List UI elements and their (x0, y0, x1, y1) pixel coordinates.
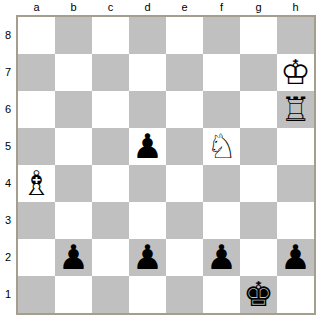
rank-label-3: 3 (0, 202, 16, 239)
black-pawn-b2[interactable]: ♟ (58, 239, 88, 276)
square-f2[interactable]: ♟ (203, 239, 240, 276)
rank-label-2: 2 (0, 239, 16, 276)
square-c2[interactable] (92, 239, 129, 276)
square-c1[interactable] (92, 276, 129, 313)
rank-label-6: 6 (0, 91, 16, 128)
rank-label-8: 8 (0, 17, 16, 54)
file-label-h: h (277, 0, 314, 15)
square-f7[interactable] (203, 54, 240, 91)
chess-board-diagram: abcdefgh 87654321 ♔♖♟♘♗♟♟♟♟♚ (0, 0, 320, 320)
rank-labels: 87654321 (0, 17, 16, 313)
white-knight-f5[interactable]: ♘ (206, 128, 236, 165)
file-label-e: e (166, 0, 203, 15)
square-d6[interactable] (129, 91, 166, 128)
square-d1[interactable] (129, 276, 166, 313)
square-b1[interactable] (55, 276, 92, 313)
square-g3[interactable] (240, 202, 277, 239)
square-g8[interactable] (240, 17, 277, 54)
square-c8[interactable] (92, 17, 129, 54)
square-h8[interactable] (277, 17, 314, 54)
square-h5[interactable] (277, 128, 314, 165)
file-label-g: g (240, 0, 277, 15)
square-b4[interactable] (55, 165, 92, 202)
square-f4[interactable] (203, 165, 240, 202)
square-d4[interactable] (129, 165, 166, 202)
square-h3[interactable] (277, 202, 314, 239)
square-h1[interactable] (277, 276, 314, 313)
white-king-h7[interactable]: ♔ (280, 54, 310, 91)
file-label-b: b (55, 0, 92, 15)
square-h6[interactable]: ♖ (277, 91, 314, 128)
square-b7[interactable] (55, 54, 92, 91)
square-f8[interactable] (203, 17, 240, 54)
square-a1[interactable] (18, 276, 55, 313)
square-e2[interactable] (166, 239, 203, 276)
square-g7[interactable] (240, 54, 277, 91)
square-h4[interactable] (277, 165, 314, 202)
square-c5[interactable] (92, 128, 129, 165)
square-d8[interactable] (129, 17, 166, 54)
square-e6[interactable] (166, 91, 203, 128)
square-e8[interactable] (166, 17, 203, 54)
file-label-c: c (92, 0, 129, 15)
square-e4[interactable] (166, 165, 203, 202)
chess-board: ♔♖♟♘♗♟♟♟♟♚ (16, 15, 316, 315)
square-f3[interactable] (203, 202, 240, 239)
rank-label-1: 1 (0, 276, 16, 313)
square-b5[interactable] (55, 128, 92, 165)
square-c3[interactable] (92, 202, 129, 239)
file-label-f: f (203, 0, 240, 15)
square-g2[interactable] (240, 239, 277, 276)
square-d5[interactable]: ♟ (129, 128, 166, 165)
square-d3[interactable] (129, 202, 166, 239)
square-e3[interactable] (166, 202, 203, 239)
square-g4[interactable] (240, 165, 277, 202)
square-b8[interactable] (55, 17, 92, 54)
black-pawn-d2[interactable]: ♟ (132, 239, 162, 276)
square-d7[interactable] (129, 54, 166, 91)
square-c4[interactable] (92, 165, 129, 202)
file-label-a: a (18, 0, 55, 15)
square-a4[interactable]: ♗ (18, 165, 55, 202)
file-label-d: d (129, 0, 166, 15)
square-h2[interactable]: ♟ (277, 239, 314, 276)
black-king-g1[interactable]: ♚ (243, 276, 273, 313)
square-a6[interactable] (18, 91, 55, 128)
rank-label-7: 7 (0, 54, 16, 91)
square-a2[interactable] (18, 239, 55, 276)
rank-label-5: 5 (0, 128, 16, 165)
square-a7[interactable] (18, 54, 55, 91)
square-g5[interactable] (240, 128, 277, 165)
square-h7[interactable]: ♔ (277, 54, 314, 91)
square-f6[interactable] (203, 91, 240, 128)
square-b3[interactable] (55, 202, 92, 239)
square-b6[interactable] (55, 91, 92, 128)
square-f5[interactable]: ♘ (203, 128, 240, 165)
square-e5[interactable] (166, 128, 203, 165)
white-bishop-a4[interactable]: ♗ (21, 165, 51, 202)
square-a5[interactable] (18, 128, 55, 165)
square-e7[interactable] (166, 54, 203, 91)
file-labels: abcdefgh (18, 0, 314, 15)
square-c6[interactable] (92, 91, 129, 128)
white-rook-h6[interactable]: ♖ (280, 91, 310, 128)
square-g6[interactable] (240, 91, 277, 128)
black-pawn-f2[interactable]: ♟ (206, 239, 236, 276)
black-pawn-d5[interactable]: ♟ (132, 128, 162, 165)
square-g1[interactable]: ♚ (240, 276, 277, 313)
square-a3[interactable] (18, 202, 55, 239)
square-c7[interactable] (92, 54, 129, 91)
square-d2[interactable]: ♟ (129, 239, 166, 276)
black-pawn-h2[interactable]: ♟ (280, 239, 310, 276)
square-e1[interactable] (166, 276, 203, 313)
square-b2[interactable]: ♟ (55, 239, 92, 276)
square-f1[interactable] (203, 276, 240, 313)
square-a8[interactable] (18, 17, 55, 54)
rank-label-4: 4 (0, 165, 16, 202)
